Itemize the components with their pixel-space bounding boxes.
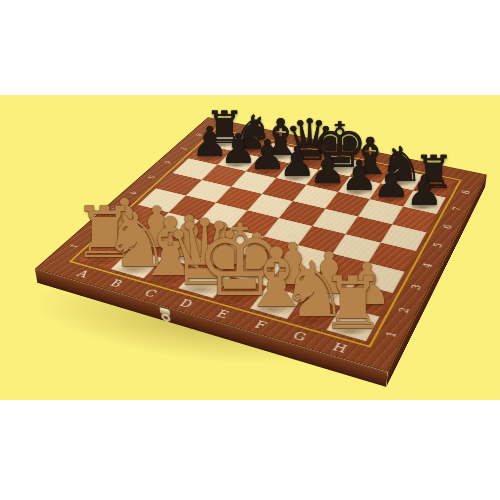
square-e4	[264, 218, 312, 245]
scene: ABCDEFGH 87654321 87654321	[0, 0, 500, 500]
square-f1	[250, 286, 304, 319]
square-e1	[213, 276, 267, 308]
square-h1	[326, 306, 380, 341]
square-g3	[318, 253, 368, 283]
square-d3	[215, 228, 264, 256]
rank-label-left-2: 2	[74, 219, 115, 236]
square-h4	[368, 243, 416, 272]
gold-pinstripe	[69, 128, 462, 347]
rank-label-7: 7	[438, 201, 477, 218]
rank-label-left-1: 1	[52, 237, 94, 255]
square-d2	[197, 247, 248, 276]
square-g2	[303, 274, 355, 306]
chessboard: ABCDEFGH 87654321 87654321	[35, 117, 487, 372]
square-b1	[110, 249, 163, 279]
square-f3	[283, 245, 333, 274]
product-photo: ABCDEFGH 87654321 87654321 ♜♞♝♛♚♝♞♜♟♟♟♟♟…	[0, 0, 500, 500]
board-surface: ABCDEFGH 87654321 87654321	[35, 117, 487, 372]
square-f2	[267, 264, 319, 295]
square-g4	[332, 234, 380, 262]
square-a2	[99, 222, 150, 249]
square-h3	[355, 262, 405, 293]
square-g5	[346, 216, 392, 242]
square-h2	[341, 283, 393, 316]
square-a1	[78, 240, 131, 269]
square-b2	[131, 230, 182, 258]
square-g1	[287, 296, 341, 330]
square-c2	[163, 238, 214, 267]
square-d1	[178, 267, 231, 298]
square-f4	[298, 226, 346, 253]
square-c1	[144, 258, 197, 288]
square-e3	[248, 236, 298, 264]
square-e2	[231, 255, 282, 285]
file-labels: ABCDEFGH	[61, 263, 365, 361]
square-h5	[380, 224, 426, 251]
square-c3	[182, 220, 231, 247]
